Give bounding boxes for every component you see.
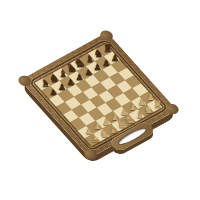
corner-carving xyxy=(163,102,181,116)
product-photo: ♜♞♝♛♚♝♞♜♟♟♟♟♟♟♟♟♟♟♟♟♟♟♟♟♜♞♝♛♚♝♞♜ xyxy=(0,0,200,200)
chess-board: ♜♞♝♛♚♝♞♜♟♟♟♟♟♟♟♟♟♟♟♟♟♟♟♟♜♞♝♛♚♝♞♜ xyxy=(20,32,177,158)
